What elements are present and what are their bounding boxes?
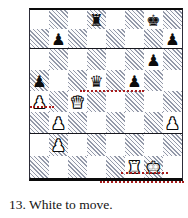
square-c3 bbox=[68, 112, 87, 133]
black-pawn-icon: ♟ bbox=[127, 73, 141, 89]
square-g1: ♚ bbox=[144, 156, 163, 178]
square-a4: ♟ bbox=[30, 91, 49, 112]
rank-5: ♟♛♟ bbox=[30, 70, 182, 91]
square-d3 bbox=[87, 112, 106, 133]
white-pawn-icon: ♟ bbox=[51, 138, 65, 154]
square-e5 bbox=[106, 70, 125, 91]
chess-board: ♜♚♟♟♟♟♛♟♟♛♟♟♟♜♚ bbox=[29, 8, 183, 181]
square-h8 bbox=[163, 10, 182, 29]
red-squiggle-under-bottom-border bbox=[100, 181, 184, 183]
square-a1 bbox=[30, 156, 49, 178]
red-squiggle-under-a4 bbox=[30, 106, 54, 108]
white-queen-icon: ♛ bbox=[70, 94, 84, 110]
square-d5: ♛ bbox=[87, 70, 106, 91]
black-pawn-icon: ♟ bbox=[146, 52, 160, 68]
diagram-caption: 13. White to move. bbox=[9, 197, 113, 213]
black-rook-icon: ♜ bbox=[89, 12, 103, 28]
rank-3: ♟♟ bbox=[30, 112, 182, 134]
square-b6 bbox=[49, 49, 68, 70]
square-b2: ♟ bbox=[49, 134, 68, 156]
red-squiggle-under-f1-g1 bbox=[121, 172, 168, 174]
diagram-page: ♜♚♟♟♟♟♛♟♟♛♟♟♟♜♚ 13. White to move. bbox=[0, 0, 188, 218]
square-g6: ♟ bbox=[144, 49, 163, 70]
square-c1 bbox=[68, 156, 87, 178]
square-a5: ♟ bbox=[30, 70, 49, 91]
square-e3 bbox=[106, 112, 125, 133]
rank-2: ♟ bbox=[30, 134, 182, 156]
black-queen-icon: ♛ bbox=[89, 73, 103, 89]
square-f1: ♜ bbox=[125, 156, 144, 178]
square-e8 bbox=[106, 10, 125, 29]
square-f3 bbox=[125, 112, 144, 133]
square-f7 bbox=[125, 29, 144, 48]
square-e2 bbox=[106, 134, 125, 156]
square-g8: ♚ bbox=[144, 10, 163, 29]
square-c4: ♛ bbox=[68, 91, 87, 112]
square-b1 bbox=[49, 156, 68, 178]
square-h3: ♟ bbox=[163, 112, 182, 133]
square-h6 bbox=[163, 49, 182, 70]
square-b8 bbox=[49, 10, 68, 29]
square-d6 bbox=[87, 49, 106, 70]
square-e1 bbox=[106, 156, 125, 178]
black-pawn-icon: ♟ bbox=[51, 31, 65, 47]
square-d7 bbox=[87, 29, 106, 48]
square-c2 bbox=[68, 134, 87, 156]
rank-4: ♟♛ bbox=[30, 91, 182, 112]
square-d1 bbox=[87, 156, 106, 178]
square-c7 bbox=[68, 29, 87, 48]
square-h2 bbox=[163, 134, 182, 156]
square-e7 bbox=[106, 29, 125, 48]
square-e4 bbox=[106, 91, 125, 112]
square-c6 bbox=[68, 49, 87, 70]
square-g5 bbox=[144, 70, 163, 91]
square-f5: ♟ bbox=[125, 70, 144, 91]
square-g7 bbox=[144, 29, 163, 48]
white-pawn-icon: ♟ bbox=[165, 115, 179, 131]
rank-8: ♜♚ bbox=[30, 10, 182, 29]
square-a6 bbox=[30, 49, 49, 70]
black-pawn-icon: ♟ bbox=[32, 73, 46, 89]
square-a7 bbox=[30, 29, 49, 48]
square-b7: ♟ bbox=[49, 29, 68, 48]
black-pawn-icon: ♟ bbox=[165, 31, 179, 47]
square-g4 bbox=[144, 91, 163, 112]
square-c8 bbox=[68, 10, 87, 29]
square-g3 bbox=[144, 112, 163, 133]
black-king-icon: ♚ bbox=[146, 12, 160, 28]
square-h1 bbox=[163, 156, 182, 178]
rank-1: ♜♚ bbox=[30, 156, 182, 178]
rank-6: ♟ bbox=[30, 49, 182, 70]
square-g2 bbox=[144, 134, 163, 156]
square-a3 bbox=[30, 112, 49, 133]
square-f8 bbox=[125, 10, 144, 29]
square-a2 bbox=[30, 134, 49, 156]
square-f4 bbox=[125, 91, 144, 112]
square-a8 bbox=[30, 10, 49, 29]
square-h4 bbox=[163, 91, 182, 112]
rank-7: ♟♟ bbox=[30, 29, 182, 49]
square-e6 bbox=[106, 49, 125, 70]
square-c5 bbox=[68, 70, 87, 91]
square-d8: ♜ bbox=[87, 10, 106, 29]
square-d4 bbox=[87, 91, 106, 112]
white-pawn-icon: ♟ bbox=[51, 115, 65, 131]
square-b4 bbox=[49, 91, 68, 112]
square-b3: ♟ bbox=[49, 112, 68, 133]
square-f6 bbox=[125, 49, 144, 70]
square-d2 bbox=[87, 134, 106, 156]
square-b5 bbox=[49, 70, 68, 91]
red-squiggle-under-d5-f5 bbox=[80, 90, 144, 92]
square-h5 bbox=[163, 70, 182, 91]
square-h7: ♟ bbox=[163, 29, 182, 48]
square-f2 bbox=[125, 134, 144, 156]
